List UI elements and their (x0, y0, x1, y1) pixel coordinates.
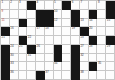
grid-cell[interactable] (62, 71, 71, 80)
black-cell (71, 45, 80, 54)
grid-cell[interactable]: 19 (71, 27, 80, 36)
grid-cell[interactable] (27, 62, 36, 71)
grid-cell[interactable] (19, 27, 28, 36)
grid-cell[interactable] (62, 45, 71, 54)
grid-cell[interactable]: 15 (106, 19, 115, 28)
grid-cell[interactable]: 36 (10, 71, 19, 80)
grid-cell[interactable]: 3 (19, 1, 28, 10)
clue-number: 9 (2, 10, 4, 13)
black-cell (54, 45, 63, 54)
grid-cell[interactable]: 2 (10, 1, 19, 10)
grid-cell[interactable]: 38 (80, 71, 89, 80)
grid-cell[interactable] (97, 71, 106, 80)
grid-cell[interactable] (36, 54, 45, 63)
clue-number: 36 (10, 71, 13, 74)
clue-number: 7 (80, 1, 82, 4)
grid-cell[interactable] (19, 62, 28, 71)
clue-number: 38 (80, 71, 83, 74)
grid-cell[interactable] (62, 36, 71, 45)
black-cell (71, 71, 80, 80)
clue-number: 3 (19, 1, 21, 4)
grid-cell[interactable]: 18 (45, 27, 54, 36)
grid-cell[interactable] (54, 71, 63, 80)
clue-number: 32 (80, 54, 83, 57)
grid-cell[interactable] (71, 36, 80, 45)
grid-cell[interactable]: 13 (80, 19, 89, 28)
clue-number: 11 (2, 19, 5, 22)
grid-cell[interactable] (19, 10, 28, 19)
black-cell (71, 10, 80, 19)
clue-number: 8 (98, 1, 100, 4)
clue-number: 37 (45, 71, 48, 74)
clue-number: 13 (80, 19, 83, 22)
clue-number: 14 (89, 19, 92, 22)
crossword-grid: 1234567891011121314151617181920212223242… (0, 0, 115, 80)
clue-number: 19 (72, 27, 75, 30)
grid-cell[interactable] (45, 1, 54, 10)
black-cell (71, 62, 80, 71)
grid-cell[interactable]: 31 (27, 54, 36, 63)
clue-number: 25 (19, 45, 22, 48)
grid-cell[interactable] (27, 19, 36, 28)
clue-number: 28 (89, 45, 92, 48)
black-cell (62, 1, 71, 10)
grid-cell[interactable] (62, 62, 71, 71)
grid-cell[interactable] (27, 71, 36, 80)
black-cell (27, 1, 36, 10)
grid-cell[interactable]: 25 (19, 45, 28, 54)
crossword-board: 1234567891011121314151617181920212223242… (0, 0, 115, 80)
clue-number: 10 (54, 10, 57, 13)
clue-number: 12 (54, 19, 57, 22)
black-cell (19, 19, 28, 28)
grid-cell[interactable] (54, 36, 63, 45)
grid-cell[interactable] (54, 27, 63, 36)
black-cell (1, 45, 10, 54)
grid-cell[interactable] (45, 54, 54, 63)
grid-cell[interactable]: 35 (97, 62, 106, 71)
grid-cell[interactable]: 12 (54, 19, 63, 28)
grid-cell[interactable]: 32 (80, 54, 89, 63)
clue-number: 15 (107, 19, 110, 22)
grid-cell[interactable]: 22 (27, 36, 36, 45)
grid-cell[interactable] (19, 71, 28, 80)
black-cell (36, 10, 45, 19)
black-cell (1, 71, 10, 80)
grid-cell[interactable]: 21 (1, 36, 10, 45)
grid-cell[interactable] (62, 10, 71, 19)
grid-cell[interactable]: 26 (36, 45, 45, 54)
clue-number: 24 (10, 45, 13, 48)
black-cell (89, 62, 98, 71)
grid-cell[interactable] (106, 62, 115, 71)
clue-number: 6 (72, 1, 74, 4)
clue-number: 4 (37, 1, 39, 4)
clue-number: 23 (80, 36, 83, 39)
black-cell (106, 1, 115, 10)
grid-cell[interactable]: 11 (1, 19, 10, 28)
grid-cell[interactable]: 28 (89, 45, 98, 54)
grid-cell[interactable] (97, 27, 106, 36)
black-cell (36, 71, 45, 80)
clue-number: 30 (10, 54, 13, 57)
clue-number: 33 (10, 62, 13, 65)
grid-cell[interactable] (62, 54, 71, 63)
grid-cell[interactable] (97, 45, 106, 54)
clue-number: 16 (10, 27, 13, 30)
clue-number: 17 (37, 27, 40, 30)
grid-cell[interactable]: 20 (89, 27, 98, 36)
grid-cell[interactable] (62, 19, 71, 28)
grid-cell[interactable] (45, 36, 54, 45)
black-cell (1, 62, 10, 71)
grid-cell[interactable] (36, 62, 45, 71)
clue-number: 29 (107, 45, 110, 48)
grid-cell[interactable]: 16 (10, 27, 19, 36)
clue-number: 2 (10, 1, 12, 4)
grid-cell[interactable] (97, 10, 106, 19)
black-cell (1, 54, 10, 63)
grid-cell[interactable]: 17 (36, 27, 45, 36)
grid-cell[interactable]: 29 (106, 45, 115, 54)
grid-cell[interactable] (62, 27, 71, 36)
grid-cell[interactable] (106, 71, 115, 80)
grid-cell[interactable] (89, 71, 98, 80)
clue-number: 21 (2, 36, 5, 39)
grid-cell[interactable] (97, 19, 106, 28)
grid-cell[interactable] (45, 45, 54, 54)
grid-cell[interactable]: 37 (45, 71, 54, 80)
grid-cell[interactable] (27, 10, 36, 19)
grid-cell[interactable]: 7 (80, 1, 89, 10)
clue-number: 1 (2, 1, 4, 4)
grid-cell[interactable] (10, 10, 19, 19)
grid-cell[interactable]: 6 (71, 1, 80, 10)
black-cell (45, 10, 54, 19)
grid-cell[interactable] (97, 36, 106, 45)
grid-cell[interactable] (106, 54, 115, 63)
grid-cell[interactable] (19, 54, 28, 63)
black-cell (71, 54, 80, 63)
clue-number: 22 (28, 36, 31, 39)
grid-cell[interactable] (106, 27, 115, 36)
grid-cell[interactable]: 4 (36, 1, 45, 10)
clue-number: 31 (28, 54, 31, 57)
clue-number: 20 (89, 27, 92, 30)
grid-cell[interactable]: 34 (54, 62, 63, 71)
grid-cell[interactable] (89, 54, 98, 63)
clue-number: 27 (80, 45, 83, 48)
grid-cell[interactable] (89, 1, 98, 10)
clue-number: 35 (98, 62, 101, 65)
clue-number: 26 (37, 45, 40, 48)
grid-cell[interactable]: 8 (97, 1, 106, 10)
clue-number: 34 (54, 62, 57, 65)
clue-number: 5 (54, 1, 56, 4)
clue-number: 18 (45, 27, 48, 30)
